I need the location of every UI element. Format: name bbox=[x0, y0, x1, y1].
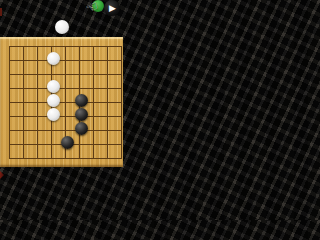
pointing-hand-icon: ☜ bbox=[79, 0, 106, 19]
black-stone bbox=[75, 94, 88, 107]
black-stone bbox=[61, 136, 74, 149]
top-panel: ☜ ▶ bbox=[0, 0, 123, 37]
goban-board[interactable] bbox=[0, 37, 123, 167]
hint-button[interactable]: ☜ bbox=[82, 0, 106, 15]
board-grid[interactable] bbox=[9, 46, 122, 159]
play-icon: ▶ bbox=[104, 0, 120, 16]
texture-red-fleck-top bbox=[0, 8, 2, 16]
turn-indicator-white-stone bbox=[55, 20, 69, 34]
app-screen: { "game": "gomoku / go stones on a 9x9 v… bbox=[0, 0, 123, 220]
texture-red-fleck-bottom bbox=[0, 171, 4, 179]
white-stone bbox=[47, 108, 60, 121]
black-stone bbox=[75, 108, 88, 121]
bottom-panel bbox=[0, 167, 123, 220]
black-stone bbox=[75, 122, 88, 135]
white-stone bbox=[47, 52, 60, 65]
white-stone bbox=[47, 80, 60, 93]
white-stone bbox=[47, 94, 60, 107]
play-button[interactable]: ▶ bbox=[104, 0, 121, 16]
